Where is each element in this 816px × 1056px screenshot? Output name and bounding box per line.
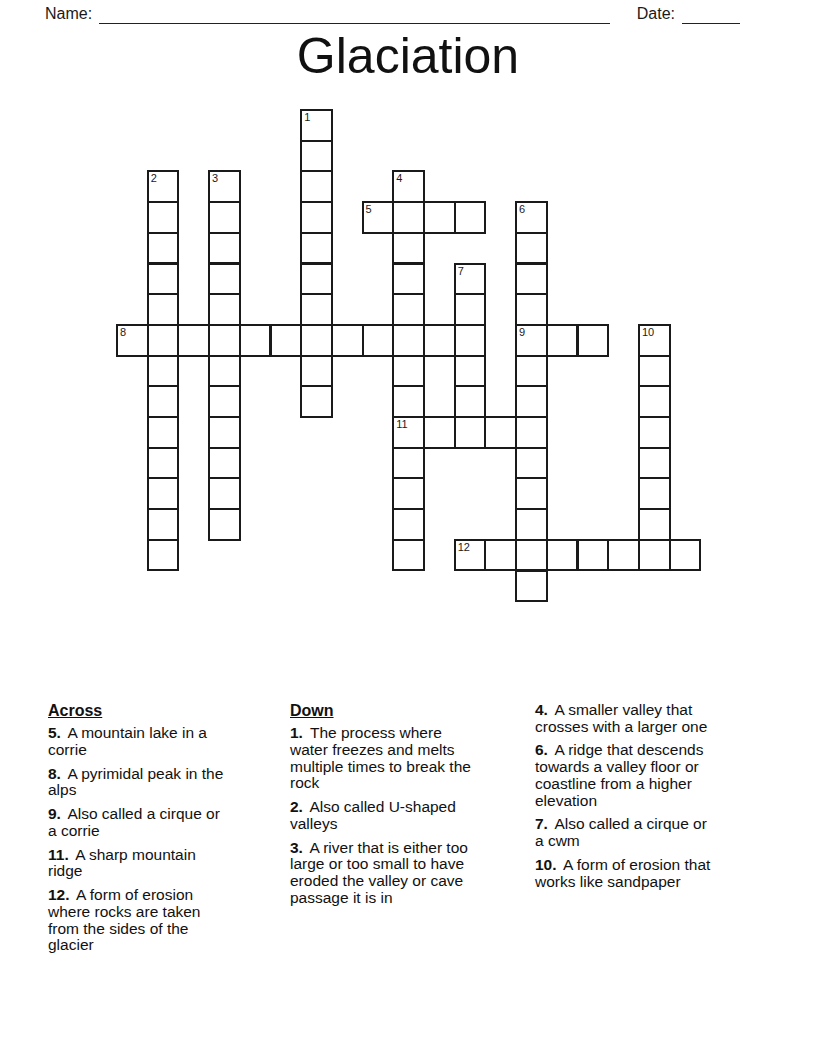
date-label: Date: xyxy=(637,4,675,24)
cell-number-4: 4 xyxy=(394,172,423,184)
grid-cell-r13c1[interactable] xyxy=(147,508,180,541)
grid-cell-r11c1[interactable] xyxy=(147,447,180,480)
worksheet-header: Name: Date: xyxy=(45,4,740,24)
grid-cell-r11c9[interactable] xyxy=(392,447,425,480)
name-input-line[interactable] xyxy=(99,4,610,24)
grid-cell-r5c1[interactable] xyxy=(147,263,180,296)
grid-cell-r13c17[interactable] xyxy=(638,508,671,541)
grid-cell-r9c3[interactable] xyxy=(208,385,241,418)
grid-cell-r9c13[interactable] xyxy=(515,385,548,418)
down-clues-column-1: Down 1. The process where water freezes … xyxy=(290,702,480,914)
grid-cell-r3c11[interactable] xyxy=(454,201,487,234)
grid-cell-r12c17[interactable] xyxy=(638,477,671,510)
grid-cell-r4c13[interactable] xyxy=(515,232,548,265)
down-clue-list-2: 4. A smaller valley that crosses with a … xyxy=(535,702,713,890)
grid-cell-r6c1[interactable] xyxy=(147,293,180,326)
grid-cell-r12c1[interactable] xyxy=(147,477,180,510)
grid-cell-r3c13[interactable]: 6 xyxy=(515,201,548,234)
clue-across-8: 8. A pyrimidal peak in the alps xyxy=(48,766,228,799)
grid-cell-r8c11[interactable] xyxy=(454,355,487,388)
grid-cell-r4c9[interactable] xyxy=(392,232,425,265)
cell-number-12: 12 xyxy=(456,541,485,553)
grid-cell-r3c9[interactable] xyxy=(392,201,425,234)
name-label: Name: xyxy=(45,4,92,24)
grid-cell-r5c3[interactable] xyxy=(208,263,241,296)
grid-cell-r14c13[interactable] xyxy=(515,539,548,572)
clue-down-10: 10. A form of erosion that works like sa… xyxy=(535,857,713,890)
grid-cell-r1c6[interactable] xyxy=(300,140,333,173)
grid-cell-r9c6[interactable] xyxy=(300,385,333,418)
clue-number-label: 9. xyxy=(48,805,61,822)
grid-cell-r14c17[interactable] xyxy=(638,539,671,572)
grid-cell-r7c11[interactable] xyxy=(454,324,487,357)
grid-cell-r7c0[interactable]: 8 xyxy=(116,324,149,357)
grid-cell-r10c1[interactable] xyxy=(147,416,180,449)
cell-number-10: 10 xyxy=(640,326,669,338)
clue-number-label: 11. xyxy=(48,846,69,863)
grid-cell-r13c13[interactable] xyxy=(515,508,548,541)
crossword-grid: 123456789101112 xyxy=(116,109,702,603)
grid-cell-r12c13[interactable] xyxy=(515,477,548,510)
grid-cell-r3c3[interactable] xyxy=(208,201,241,234)
grid-cell-r12c3[interactable] xyxy=(208,477,241,510)
page-title: Glaciation xyxy=(0,28,816,86)
grid-cell-r14c12[interactable] xyxy=(484,539,517,572)
date-input-line[interactable] xyxy=(682,4,740,24)
grid-cell-r5c13[interactable] xyxy=(515,263,548,296)
grid-cell-r7c13[interactable]: 9 xyxy=(515,324,548,357)
across-clue-list: 5. A mountain lake in a corrie8. A pyrim… xyxy=(48,725,228,954)
clue-number-label: 2. xyxy=(290,798,303,815)
cell-number-11: 11 xyxy=(394,418,423,430)
clue-down-2: 2. Also called U-shaped valleys xyxy=(290,799,480,832)
grid-cell-r4c3[interactable] xyxy=(208,232,241,265)
worksheet-page: { "game": "crossword", "title": "Glaciat… xyxy=(0,0,816,1056)
grid-cell-r3c10[interactable] xyxy=(423,201,456,234)
grid-cell-r7c10[interactable] xyxy=(423,324,456,357)
clue-number-label: 1. xyxy=(290,724,303,741)
clue-across-5: 5. A mountain lake in a corrie xyxy=(48,725,228,758)
grid-cell-r7c7[interactable] xyxy=(331,324,364,357)
clue-down-7: 7. Also called a cirque or a cwm xyxy=(535,816,713,849)
grid-cell-r11c13[interactable] xyxy=(515,447,548,480)
grid-cell-r14c16[interactable] xyxy=(607,539,640,572)
grid-cell-r6c11[interactable] xyxy=(454,293,487,326)
grid-cell-r14c1[interactable] xyxy=(147,539,180,572)
grid-cell-r14c9[interactable] xyxy=(392,539,425,572)
across-clues-column: Across 5. A mountain lake in a corrie8. … xyxy=(48,702,228,961)
grid-cell-r9c1[interactable] xyxy=(147,385,180,418)
grid-cell-r7c17[interactable]: 10 xyxy=(638,324,671,357)
clue-down-1: 1. The process where water freezes and m… xyxy=(290,725,480,792)
clue-across-12: 12. A form of erosion where rocks are ta… xyxy=(48,887,228,954)
clue-down-6: 6. A ridge that descends towards a valle… xyxy=(535,742,713,809)
grid-cell-r11c3[interactable] xyxy=(208,447,241,480)
grid-cell-r10c13[interactable] xyxy=(515,416,548,449)
grid-cell-r6c13[interactable] xyxy=(515,293,548,326)
grid-cell-r3c1[interactable] xyxy=(147,201,180,234)
down-clue-list-1: 1. The process where water freezes and m… xyxy=(290,725,480,906)
grid-cell-r8c17[interactable] xyxy=(638,355,671,388)
grid-cell-r15c13[interactable] xyxy=(515,570,548,603)
clue-down-4: 4. A smaller valley that crosses with a … xyxy=(535,702,713,735)
down-header: Down xyxy=(290,702,480,719)
grid-cell-r5c11[interactable]: 7 xyxy=(454,263,487,296)
grid-cell-r11c17[interactable] xyxy=(638,447,671,480)
grid-cell-r9c9[interactable] xyxy=(392,385,425,418)
grid-cell-r5c6[interactable] xyxy=(300,263,333,296)
grid-cell-r14c18[interactable] xyxy=(669,539,702,572)
grid-cell-r10c12[interactable] xyxy=(484,416,517,449)
grid-cell-r13c9[interactable] xyxy=(392,508,425,541)
clue-across-9: 9. Also called a cirque or a corrie xyxy=(48,806,228,839)
grid-cell-r8c6[interactable] xyxy=(300,355,333,388)
clue-number-label: 3. xyxy=(290,839,303,856)
grid-cell-r8c1[interactable] xyxy=(147,355,180,388)
grid-cell-r7c6[interactable] xyxy=(300,324,333,357)
grid-cell-r7c3[interactable] xyxy=(208,324,241,357)
grid-cell-r7c1[interactable] xyxy=(147,324,180,357)
grid-cell-r10c11[interactable] xyxy=(454,416,487,449)
grid-cell-r12c9[interactable] xyxy=(392,477,425,510)
clue-number-label: 6. xyxy=(535,741,548,758)
grid-cell-r10c3[interactable] xyxy=(208,416,241,449)
clue-number-label: 5. xyxy=(48,724,61,741)
cell-number-3: 3 xyxy=(210,172,239,184)
grid-cell-r2c3[interactable]: 3 xyxy=(208,170,241,203)
grid-cell-r8c13[interactable] xyxy=(515,355,548,388)
grid-cell-r2c6[interactable] xyxy=(300,170,333,203)
grid-cell-r7c15[interactable] xyxy=(577,324,610,357)
down-clues-column-2: 4. A smaller valley that crosses with a … xyxy=(535,702,713,897)
grid-cell-r10c9[interactable]: 11 xyxy=(392,416,425,449)
grid-cell-r5c9[interactable] xyxy=(392,263,425,296)
clue-down-3: 3. A river that is either too large or t… xyxy=(290,840,480,907)
grid-cell-r7c5[interactable] xyxy=(270,324,303,357)
grid-cell-r3c6[interactable] xyxy=(300,201,333,234)
grid-cell-r3c8[interactable]: 5 xyxy=(362,201,395,234)
grid-cell-r2c9[interactable]: 4 xyxy=(392,170,425,203)
grid-cell-r7c2[interactable] xyxy=(177,324,210,357)
grid-cell-r14c14[interactable] xyxy=(546,539,579,572)
clue-number-label: 10. xyxy=(535,856,557,873)
grid-cell-r7c4[interactable] xyxy=(239,324,272,357)
grid-cell-r10c10[interactable] xyxy=(423,416,456,449)
grid-cell-r7c8[interactable] xyxy=(362,324,395,357)
cell-number-6: 6 xyxy=(517,203,546,215)
grid-cell-r8c3[interactable] xyxy=(208,355,241,388)
grid-cell-r9c17[interactable] xyxy=(638,385,671,418)
grid-cell-r4c6[interactable] xyxy=(300,232,333,265)
grid-cell-r7c9[interactable] xyxy=(392,324,425,357)
cell-number-5: 5 xyxy=(364,203,393,215)
clue-number-label: 4. xyxy=(535,701,548,718)
clue-number-label: 8. xyxy=(48,765,61,782)
grid-cell-r13c3[interactable] xyxy=(208,508,241,541)
cell-number-2: 2 xyxy=(149,172,178,184)
across-header: Across xyxy=(48,702,228,719)
grid-cell-r4c1[interactable] xyxy=(147,232,180,265)
cell-number-8: 8 xyxy=(118,326,147,338)
cell-number-9: 9 xyxy=(517,326,546,338)
grid-cell-r10c17[interactable] xyxy=(638,416,671,449)
grid-cell-r7c14[interactable] xyxy=(546,324,579,357)
grid-cell-r8c9[interactable] xyxy=(392,355,425,388)
grid-cell-r2c1[interactable]: 2 xyxy=(147,170,180,203)
cell-number-1: 1 xyxy=(302,111,331,123)
grid-cell-r6c6[interactable] xyxy=(300,293,333,326)
grid-cell-r0c6[interactable]: 1 xyxy=(300,109,333,142)
clue-number-label: 7. xyxy=(535,815,548,832)
grid-cell-r9c11[interactable] xyxy=(454,385,487,418)
clue-number-label: 12. xyxy=(48,886,70,903)
grid-cell-r14c11[interactable]: 12 xyxy=(454,539,487,572)
clue-across-11: 11. A sharp mountain ridge xyxy=(48,847,228,880)
grid-cell-r6c9[interactable] xyxy=(392,293,425,326)
cell-number-7: 7 xyxy=(456,265,485,277)
grid-cell-r14c15[interactable] xyxy=(577,539,610,572)
grid-cell-r6c3[interactable] xyxy=(208,293,241,326)
